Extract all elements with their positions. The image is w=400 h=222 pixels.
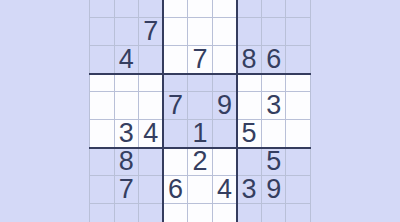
cell-r7c2[interactable]: 8 — [115, 148, 140, 176]
cell-r9c2[interactable] — [115, 204, 140, 222]
cell-r8c5[interactable] — [188, 176, 213, 204]
cell-r5c4[interactable]: 7 — [164, 92, 189, 120]
cell-r2c7[interactable] — [237, 18, 262, 46]
cell-r7c5[interactable]: 2 — [188, 148, 213, 176]
cell-r7c9[interactable] — [286, 148, 311, 176]
cell-r6c1[interactable] — [90, 120, 115, 148]
cell-r6c3[interactable]: 4 — [139, 120, 164, 148]
cell-r4c1[interactable] — [90, 74, 115, 92]
cell-r8c1[interactable] — [90, 176, 115, 204]
cell-r9c4[interactable] — [164, 204, 189, 222]
cell-r5c1[interactable] — [90, 92, 115, 120]
cell-r8c7[interactable]: 3 — [237, 176, 262, 204]
cell-r3c5[interactable]: 7 — [188, 46, 213, 74]
cell-r3c4[interactable] — [164, 46, 189, 74]
cell-r9c7[interactable] — [237, 204, 262, 222]
cell-r8c3[interactable] — [139, 176, 164, 204]
cell-r7c7[interactable] — [237, 148, 262, 176]
cell-r2c5[interactable] — [188, 18, 213, 46]
cell-r6c2[interactable]: 3 — [115, 120, 140, 148]
cell-r1c6[interactable] — [213, 0, 238, 18]
cell-r7c1[interactable] — [90, 148, 115, 176]
cell-r9c9[interactable] — [286, 204, 311, 222]
cell-r3c9[interactable] — [286, 46, 311, 74]
app-screen: 74786793341582576439 — [0, 0, 400, 222]
cell-r9c5[interactable] — [188, 204, 213, 222]
cell-r8c9[interactable] — [286, 176, 311, 204]
box-divider-vertical-1 — [162, 0, 165, 222]
cell-r1c2[interactable] — [115, 0, 140, 18]
cell-r1c7[interactable] — [237, 0, 262, 18]
cell-r6c9[interactable] — [286, 120, 311, 148]
cell-grid: 74786793341582576439 — [89, 0, 311, 222]
box-divider-vertical-2 — [236, 0, 239, 222]
cell-r6c7[interactable]: 5 — [237, 120, 262, 148]
cell-r5c3[interactable] — [139, 92, 164, 120]
cell-r2c1[interactable] — [90, 18, 115, 46]
cell-r6c5[interactable]: 1 — [188, 120, 213, 148]
cell-r7c8[interactable]: 5 — [262, 148, 287, 176]
cell-r2c6[interactable] — [213, 18, 238, 46]
cell-r8c4[interactable]: 6 — [164, 176, 189, 204]
cell-r9c8[interactable] — [262, 204, 287, 222]
cell-r8c2[interactable]: 7 — [115, 176, 140, 204]
box-divider-horizontal-1 — [89, 73, 311, 76]
cell-r9c6[interactable] — [213, 204, 238, 222]
cell-r5c9[interactable] — [286, 92, 311, 120]
cell-r4c2[interactable] — [115, 74, 140, 92]
cell-r7c6[interactable] — [213, 148, 238, 176]
cell-r2c4[interactable] — [164, 18, 189, 46]
cell-r2c2[interactable] — [115, 18, 140, 46]
cell-r6c4[interactable] — [164, 120, 189, 148]
box-divider-horizontal-2 — [89, 147, 311, 150]
cell-r4c5[interactable] — [188, 74, 213, 92]
cell-r3c2[interactable]: 4 — [115, 46, 140, 74]
cell-r6c6[interactable] — [213, 120, 238, 148]
cell-r1c9[interactable] — [286, 0, 311, 18]
cell-r3c8[interactable]: 6 — [262, 46, 287, 74]
cell-r4c3[interactable] — [139, 74, 164, 92]
cell-r2c8[interactable] — [262, 18, 287, 46]
cell-r4c7[interactable] — [237, 74, 262, 92]
cell-r3c1[interactable] — [90, 46, 115, 74]
cell-r8c8[interactable]: 9 — [262, 176, 287, 204]
cell-r9c3[interactable] — [139, 204, 164, 222]
cell-r5c8[interactable]: 3 — [262, 92, 287, 120]
cell-r7c3[interactable] — [139, 148, 164, 176]
cell-r8c6[interactable]: 4 — [213, 176, 238, 204]
cell-r5c7[interactable] — [237, 92, 262, 120]
cell-r1c5[interactable] — [188, 0, 213, 18]
cell-r3c7[interactable]: 8 — [237, 46, 262, 74]
cell-r4c9[interactable] — [286, 74, 311, 92]
cell-r5c2[interactable] — [115, 92, 140, 120]
cell-r9c1[interactable] — [90, 204, 115, 222]
cell-r3c3[interactable] — [139, 46, 164, 74]
cell-r1c8[interactable] — [262, 0, 287, 18]
cell-r2c3[interactable]: 7 — [139, 18, 164, 46]
cell-r5c6[interactable]: 9 — [213, 92, 238, 120]
cell-r2c9[interactable] — [286, 18, 311, 46]
cell-r1c1[interactable] — [90, 0, 115, 18]
cell-r6c8[interactable] — [262, 120, 287, 148]
cell-r3c6[interactable] — [213, 46, 238, 74]
sudoku-board: 74786793341582576439 — [89, 0, 311, 222]
cell-r1c4[interactable] — [164, 0, 189, 18]
cell-r5c5[interactable] — [188, 92, 213, 120]
cell-r7c4[interactable] — [164, 148, 189, 176]
